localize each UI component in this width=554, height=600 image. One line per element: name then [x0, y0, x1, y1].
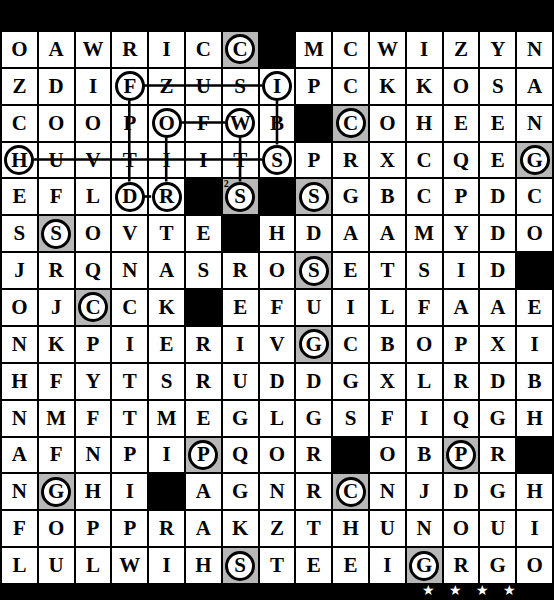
- cell-letter: T: [123, 408, 137, 429]
- cell-r3c6[interactable]: F: [185, 105, 222, 142]
- cell-r6c13[interactable]: Y: [443, 215, 480, 252]
- cell-r7c12[interactable]: S: [406, 252, 443, 289]
- cell-r1c7[interactable]: C: [222, 31, 259, 68]
- cell-r9c11[interactable]: B: [369, 326, 406, 363]
- cell-r5c11[interactable]: B: [369, 178, 406, 215]
- cell-r8c13[interactable]: A: [443, 289, 480, 326]
- cell-r4c12[interactable]: C: [406, 142, 443, 179]
- cell-r2c1[interactable]: Z: [1, 68, 38, 105]
- cell-r8c7[interactable]: E: [222, 289, 259, 326]
- cell-r6c8[interactable]: H: [259, 215, 296, 252]
- cell-letter: O: [11, 39, 27, 60]
- cell-letter: D: [269, 371, 284, 392]
- cell-r15c2[interactable]: U: [38, 547, 75, 584]
- cell-r7c3[interactable]: Q: [75, 252, 112, 289]
- cell-r1c9[interactable]: M: [295, 31, 332, 68]
- cell-r15c15[interactable]: O: [516, 547, 553, 584]
- cell-letter: O: [85, 113, 101, 134]
- cell-r3c10[interactable]: C: [332, 105, 369, 142]
- cell-r4c14[interactable]: E: [479, 142, 516, 179]
- cell-r5c5[interactable]: R: [148, 178, 185, 215]
- cell-r15c1[interactable]: L: [1, 547, 38, 584]
- cell-letter: K: [48, 334, 64, 355]
- cell-letter: S: [492, 76, 504, 97]
- cell-r9c7[interactable]: I: [222, 326, 259, 363]
- cell-r3c3[interactable]: O: [75, 105, 112, 142]
- cell-r7c10[interactable]: E: [332, 252, 369, 289]
- cell-r15c8[interactable]: T: [259, 547, 296, 584]
- cell-letter: B: [528, 371, 542, 392]
- cell-letter: I: [126, 334, 134, 355]
- cell-r7c14[interactable]: D: [479, 252, 516, 289]
- cell-letter: W: [82, 39, 103, 60]
- cell-r4c4[interactable]: T: [111, 142, 148, 179]
- cell-r10c4[interactable]: T: [111, 363, 148, 400]
- cell-r13c10[interactable]: C: [332, 473, 369, 510]
- cell-r10c11[interactable]: X: [369, 363, 406, 400]
- cell-r6c11[interactable]: A: [369, 215, 406, 252]
- cell-letter: U: [233, 371, 248, 392]
- cell-r14c12[interactable]: N: [406, 510, 443, 547]
- cell-r13c8[interactable]: N: [259, 473, 296, 510]
- cell-r15c4[interactable]: W: [111, 547, 148, 584]
- answer-number-label: 2: [224, 178, 229, 189]
- cell-r14c2[interactable]: O: [38, 510, 75, 547]
- cell-letter: K: [416, 76, 432, 97]
- cell-r6c4[interactable]: V: [111, 215, 148, 252]
- cell-letter: D: [490, 223, 505, 244]
- cell-r11c2[interactable]: M: [38, 400, 75, 437]
- cell-r2c10[interactable]: C: [332, 68, 369, 105]
- cell-r6c10[interactable]: A: [332, 215, 369, 252]
- cell-letter: N: [12, 481, 27, 502]
- cell-letter: P: [197, 444, 210, 465]
- cell-r11c11[interactable]: F: [369, 400, 406, 437]
- cell-r6c15[interactable]: O: [516, 215, 553, 252]
- cell-letter: G: [306, 334, 322, 355]
- cell-r5c3[interactable]: L: [75, 178, 112, 215]
- cell-letter: R: [159, 186, 174, 207]
- cell-r4c15[interactable]: G: [516, 142, 553, 179]
- cell-r5c7[interactable]: 2S: [222, 178, 259, 215]
- cell-r12c2[interactable]: F: [38, 437, 75, 474]
- cell-r5c12[interactable]: C: [406, 178, 443, 215]
- cell-r2c12[interactable]: K: [406, 68, 443, 105]
- cell-r12c1[interactable]: A: [1, 437, 38, 474]
- cell-letter: Z: [160, 76, 174, 97]
- cell-r2c11[interactable]: K: [369, 68, 406, 105]
- cell-letter: G: [342, 371, 358, 392]
- cell-r7c1[interactable]: J: [1, 252, 38, 289]
- cell-r7c11[interactable]: T: [369, 252, 406, 289]
- cell-r15c10[interactable]: E: [332, 547, 369, 584]
- cell-r3c5[interactable]: O: [148, 105, 185, 142]
- cell-r1c8: [259, 31, 296, 68]
- cell-r12c6[interactable]: P: [185, 437, 222, 474]
- cell-r1c2[interactable]: A: [38, 31, 75, 68]
- cell-r9c15[interactable]: I: [516, 326, 553, 363]
- cell-r1c4[interactable]: R: [111, 31, 148, 68]
- cell-r14c10[interactable]: H: [332, 510, 369, 547]
- cell-r4c3[interactable]: V: [75, 142, 112, 179]
- cell-r1c11[interactable]: W: [369, 31, 406, 68]
- cell-letter: F: [50, 371, 63, 392]
- cell-r5c4[interactable]: D: [111, 178, 148, 215]
- cell-letter: C: [343, 39, 358, 60]
- cell-letter: F: [418, 297, 431, 318]
- cell-r11c4[interactable]: T: [111, 400, 148, 437]
- cell-r6c5[interactable]: T: [148, 215, 185, 252]
- cell-r8c2[interactable]: J: [38, 289, 75, 326]
- cell-r14c4[interactable]: P: [111, 510, 148, 547]
- cell-r4c10[interactable]: R: [332, 142, 369, 179]
- cell-letter: K: [232, 518, 248, 539]
- cell-r12c7[interactable]: Q: [222, 437, 259, 474]
- cell-r12c3[interactable]: N: [75, 437, 112, 474]
- cell-letter: C: [12, 113, 27, 134]
- cell-r3c14[interactable]: E: [479, 105, 516, 142]
- cell-r4c6[interactable]: I: [185, 142, 222, 179]
- cell-letter: Z: [454, 39, 468, 60]
- cell-r13c11[interactable]: N: [369, 473, 406, 510]
- cell-r7c7[interactable]: R: [222, 252, 259, 289]
- cell-letter: F: [381, 408, 394, 429]
- cell-r12c4[interactable]: P: [111, 437, 148, 474]
- cell-r13c2[interactable]: G: [38, 473, 75, 510]
- cell-r7c2[interactable]: R: [38, 252, 75, 289]
- cell-r15c12[interactable]: G: [406, 547, 443, 584]
- cell-r1c12[interactable]: I: [406, 31, 443, 68]
- cell-r15c6[interactable]: H: [185, 547, 222, 584]
- cell-r13c14[interactable]: G: [479, 473, 516, 510]
- cell-r9c8[interactable]: V: [259, 326, 296, 363]
- cell-r11c14[interactable]: G: [479, 400, 516, 437]
- cell-r9c1[interactable]: N: [1, 326, 38, 363]
- cell-letter: I: [89, 76, 97, 97]
- cell-r10c5[interactable]: S: [148, 363, 185, 400]
- cell-r12c9[interactable]: R: [295, 437, 332, 474]
- cell-r10c14[interactable]: D: [479, 363, 516, 400]
- cell-r13c12[interactable]: J: [406, 473, 443, 510]
- cell-r4c2[interactable]: U: [38, 142, 75, 179]
- cell-letter: C: [417, 186, 432, 207]
- cell-r14c3[interactable]: P: [75, 510, 112, 547]
- cell-letter: A: [527, 76, 542, 97]
- cell-r1c6[interactable]: C: [185, 31, 222, 68]
- cell-r11c8[interactable]: L: [259, 400, 296, 437]
- cell-letter: X: [490, 334, 505, 355]
- cell-letter: U: [490, 518, 505, 539]
- cell-r10c12[interactable]: L: [406, 363, 443, 400]
- cell-r1c5[interactable]: I: [148, 31, 185, 68]
- cell-r15c13[interactable]: R: [443, 547, 480, 584]
- cell-r11c5[interactable]: M: [148, 400, 185, 437]
- cell-r14c7[interactable]: K: [222, 510, 259, 547]
- cell-letter: C: [343, 481, 358, 502]
- cell-r7c6[interactable]: S: [185, 252, 222, 289]
- cell-r14c1[interactable]: F: [1, 510, 38, 547]
- cell-r13c9[interactable]: R: [295, 473, 332, 510]
- cell-r7c4[interactable]: N: [111, 252, 148, 289]
- cell-r2c15[interactable]: A: [516, 68, 553, 105]
- cell-r8c10[interactable]: I: [332, 289, 369, 326]
- cell-r9c4[interactable]: I: [111, 326, 148, 363]
- cell-r5c10[interactable]: G: [332, 178, 369, 215]
- cell-r9c2[interactable]: K: [38, 326, 75, 363]
- cell-r13c15[interactable]: H: [516, 473, 553, 510]
- cell-r8c11[interactable]: L: [369, 289, 406, 326]
- cell-r1c13[interactable]: Z: [443, 31, 480, 68]
- cell-r12c13[interactable]: P: [443, 437, 480, 474]
- cell-r11c12[interactable]: I: [406, 400, 443, 437]
- cell-letter: B: [380, 186, 394, 207]
- cell-r5c13[interactable]: P: [443, 178, 480, 215]
- cell-r3c1[interactable]: C: [1, 105, 38, 142]
- cell-r13c13[interactable]: D: [443, 473, 480, 510]
- cell-letter: G: [232, 481, 248, 502]
- cell-r13c1[interactable]: N: [1, 473, 38, 510]
- cell-r3c12[interactable]: H: [406, 105, 443, 142]
- cell-letter: H: [11, 371, 27, 392]
- cell-r6c14[interactable]: D: [479, 215, 516, 252]
- cell-r13c6[interactable]: A: [185, 473, 222, 510]
- cell-r13c4[interactable]: I: [111, 473, 148, 510]
- cell-r8c4[interactable]: C: [111, 289, 148, 326]
- cell-r1c15[interactable]: N: [516, 31, 553, 68]
- cell-letter: R: [49, 260, 64, 281]
- cell-r15c14[interactable]: G: [479, 547, 516, 584]
- cell-r1c1[interactable]: O: [1, 31, 38, 68]
- cell-r10c3[interactable]: Y: [75, 363, 112, 400]
- cell-letter: P: [123, 113, 136, 134]
- cell-letter: N: [85, 444, 100, 465]
- cell-r10c7[interactable]: U: [222, 363, 259, 400]
- cell-r6c12[interactable]: M: [406, 215, 443, 252]
- cell-letter: A: [12, 444, 27, 465]
- cell-r3c2[interactable]: O: [38, 105, 75, 142]
- cell-r10c13[interactable]: R: [443, 363, 480, 400]
- cell-r5c1[interactable]: E: [1, 178, 38, 215]
- cell-letter: I: [162, 39, 170, 60]
- cell-r4c7[interactable]: T: [222, 142, 259, 179]
- cell-letter: T: [123, 371, 137, 392]
- cell-letter: Q: [232, 444, 248, 465]
- cell-r2c6[interactable]: U: [185, 68, 222, 105]
- cell-letter: O: [379, 444, 395, 465]
- cell-r2c8[interactable]: I: [259, 68, 296, 105]
- cell-r8c5[interactable]: K: [148, 289, 185, 326]
- cell-letter: U: [49, 555, 64, 576]
- cell-r11c10[interactable]: S: [332, 400, 369, 437]
- cell-r14c11[interactable]: U: [369, 510, 406, 547]
- cell-letter: E: [344, 260, 358, 281]
- cell-letter: F: [197, 113, 210, 134]
- cell-r8c1[interactable]: O: [1, 289, 38, 326]
- cell-letter: R: [343, 150, 358, 171]
- cell-letter: R: [306, 444, 321, 465]
- cell-r6c6[interactable]: E: [185, 215, 222, 252]
- cell-r3c7[interactable]: W: [222, 105, 259, 142]
- cell-letter: M: [157, 408, 177, 429]
- cell-letter: C: [527, 186, 542, 207]
- cell-r11c1[interactable]: N: [1, 400, 38, 437]
- cell-r8c12[interactable]: F: [406, 289, 443, 326]
- cell-letter: L: [12, 555, 26, 576]
- cell-r1c14[interactable]: Y: [479, 31, 516, 68]
- cell-letter: N: [122, 260, 137, 281]
- cell-r15c3[interactable]: L: [75, 547, 112, 584]
- cell-r5c2[interactable]: F: [38, 178, 75, 215]
- cell-r2c14[interactable]: S: [479, 68, 516, 105]
- cell-r13c3[interactable]: H: [75, 473, 112, 510]
- cell-letter: R: [159, 518, 174, 539]
- cell-r14c13[interactable]: O: [443, 510, 480, 547]
- cell-r15c9[interactable]: E: [295, 547, 332, 584]
- cell-letter: D: [306, 223, 321, 244]
- cell-r4c11[interactable]: X: [369, 142, 406, 179]
- cell-r14c5[interactable]: R: [148, 510, 185, 547]
- cell-letter: T: [160, 223, 174, 244]
- cell-letter: H: [85, 481, 101, 502]
- cell-r7c13[interactable]: I: [443, 252, 480, 289]
- cell-r8c3[interactable]: C: [75, 289, 112, 326]
- cell-r2c13[interactable]: O: [443, 68, 480, 105]
- cell-r2c3[interactable]: I: [75, 68, 112, 105]
- cell-letter: E: [307, 555, 321, 576]
- cell-r15c5[interactable]: I: [148, 547, 185, 584]
- cell-r9c14[interactable]: X: [479, 326, 516, 363]
- cell-r5c15[interactable]: C: [516, 178, 553, 215]
- cell-letter: I: [199, 150, 207, 171]
- cell-r14c9[interactable]: T: [295, 510, 332, 547]
- cell-letter: I: [236, 334, 244, 355]
- cell-r2c5[interactable]: Z: [148, 68, 185, 105]
- cell-r2c4[interactable]: F: [111, 68, 148, 105]
- cell-letter: O: [85, 223, 101, 244]
- cell-r10c9[interactable]: D: [295, 363, 332, 400]
- cell-r11c3[interactable]: F: [75, 400, 112, 437]
- cell-letter: A: [380, 223, 395, 244]
- cell-letter: E: [528, 297, 542, 318]
- cell-r6c1[interactable]: S: [1, 215, 38, 252]
- cell-r6c3[interactable]: O: [75, 215, 112, 252]
- cell-r10c15[interactable]: B: [516, 363, 553, 400]
- cell-letter: Y: [453, 223, 468, 244]
- cell-r4c9[interactable]: P: [295, 142, 332, 179]
- cell-letter: R: [122, 39, 137, 60]
- cell-letter: C: [122, 297, 137, 318]
- cell-r5c14[interactable]: D: [479, 178, 516, 215]
- cell-r9c13[interactable]: P: [443, 326, 480, 363]
- cell-letter: E: [196, 223, 210, 244]
- cell-r8c14[interactable]: A: [479, 289, 516, 326]
- cell-r11c15[interactable]: H: [516, 400, 553, 437]
- cell-r9c3[interactable]: P: [75, 326, 112, 363]
- cell-r11c7[interactable]: G: [222, 400, 259, 437]
- cell-letter: Q: [453, 150, 469, 171]
- cell-letter: D: [122, 186, 137, 207]
- cell-r12c8[interactable]: O: [259, 437, 296, 474]
- cell-r12c12[interactable]: B: [406, 437, 443, 474]
- cell-r4c13[interactable]: Q: [443, 142, 480, 179]
- cell-r7c9[interactable]: S: [295, 252, 332, 289]
- cell-letter: G: [306, 408, 322, 429]
- cell-r10c1[interactable]: H: [1, 363, 38, 400]
- cell-r13c7[interactable]: G: [222, 473, 259, 510]
- cell-r10c6[interactable]: R: [185, 363, 222, 400]
- cell-r6c9[interactable]: D: [295, 215, 332, 252]
- cell-r12c5[interactable]: I: [148, 437, 185, 474]
- cell-r1c10[interactable]: C: [332, 31, 369, 68]
- cell-r3c15[interactable]: N: [516, 105, 553, 142]
- cell-r3c4[interactable]: P: [111, 105, 148, 142]
- cell-r5c9[interactable]: S: [295, 178, 332, 215]
- cell-r4c8[interactable]: S: [259, 142, 296, 179]
- cell-r9c9[interactable]: G: [295, 326, 332, 363]
- cell-r4c5[interactable]: I: [148, 142, 185, 179]
- cell-letter: E: [344, 555, 358, 576]
- cell-r10c2[interactable]: F: [38, 363, 75, 400]
- cell-r11c9[interactable]: G: [295, 400, 332, 437]
- cell-letter: O: [48, 113, 64, 134]
- cell-r8c15[interactable]: E: [516, 289, 553, 326]
- cell-letter: X: [380, 371, 395, 392]
- cell-letter: V: [85, 150, 100, 171]
- cell-r14c14[interactable]: U: [479, 510, 516, 547]
- cell-letter: D: [306, 371, 321, 392]
- cell-r6c2[interactable]: S: [38, 215, 75, 252]
- cell-r3c11[interactable]: O: [369, 105, 406, 142]
- cell-r14c6[interactable]: A: [185, 510, 222, 547]
- cell-letter: N: [527, 39, 542, 60]
- cell-r2c2[interactable]: D: [38, 68, 75, 105]
- cell-r1c3[interactable]: W: [75, 31, 112, 68]
- cell-r14c15[interactable]: I: [516, 510, 553, 547]
- cell-letter: W: [377, 39, 398, 60]
- cell-r7c8[interactable]: O: [259, 252, 296, 289]
- cell-r9c5[interactable]: E: [148, 326, 185, 363]
- cell-r8c9[interactable]: U: [295, 289, 332, 326]
- cell-r14c8[interactable]: Z: [259, 510, 296, 547]
- cell-r15c11[interactable]: I: [369, 547, 406, 584]
- cell-r8c8[interactable]: F: [259, 289, 296, 326]
- cell-r9c10[interactable]: C: [332, 326, 369, 363]
- cell-letter: O: [48, 518, 64, 539]
- cell-r10c10[interactable]: G: [332, 363, 369, 400]
- cell-r12c11[interactable]: O: [369, 437, 406, 474]
- cell-r9c6[interactable]: R: [185, 326, 222, 363]
- cell-r11c13[interactable]: Q: [443, 400, 480, 437]
- cell-r11c6[interactable]: E: [185, 400, 222, 437]
- cell-r12c14[interactable]: R: [479, 437, 516, 474]
- cell-r15c7[interactable]: S: [222, 547, 259, 584]
- cell-letter: G: [490, 555, 506, 576]
- cell-r2c9[interactable]: P: [295, 68, 332, 105]
- cell-r2c7[interactable]: S: [222, 68, 259, 105]
- cell-r7c5[interactable]: A: [148, 252, 185, 289]
- cell-r10c8[interactable]: D: [259, 363, 296, 400]
- cell-r3c13[interactable]: E: [443, 105, 480, 142]
- cell-r3c8[interactable]: B: [259, 105, 296, 142]
- cell-r9c12[interactable]: O: [406, 326, 443, 363]
- cell-letter: E: [196, 408, 210, 429]
- cell-letter: A: [196, 481, 211, 502]
- cell-r4c1[interactable]: H: [1, 142, 38, 179]
- puzzle-page: OAWRICCMCWIZYNZDIFZUSIPCKKOSACOOPOFWBCOH…: [0, 0, 554, 600]
- cell-letter: S: [345, 408, 357, 429]
- cell-r3c9: [295, 105, 332, 142]
- cell-letter: F: [50, 444, 63, 465]
